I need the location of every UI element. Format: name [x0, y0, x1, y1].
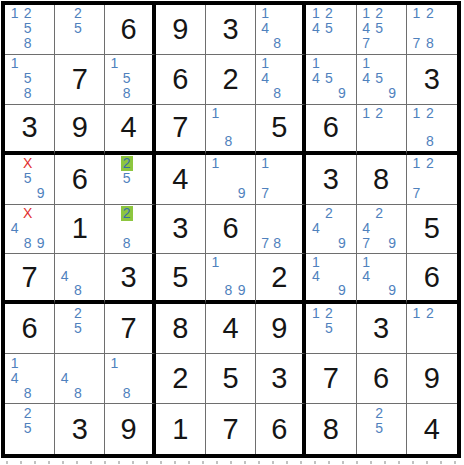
candidate-grid: 125 [306, 304, 355, 353]
candidate-digit: 4 [309, 269, 322, 283]
candidate-grid: 149 [306, 254, 355, 300]
solved-digit: 1 [156, 404, 205, 454]
candidate-digit: 1 [209, 255, 222, 269]
solved-digit: 5 [206, 354, 255, 403]
candidate-digit: 1 [410, 156, 423, 171]
candidate-digit: 5 [322, 71, 335, 86]
cell-r7c7[interactable]: 125 [306, 304, 356, 354]
cell-r7c9[interactable]: 12 [407, 304, 457, 354]
cell-r7c2[interactable]: 25 [55, 304, 105, 354]
solved-digit: 3 [206, 5, 255, 54]
candidate-digit: 2 [423, 305, 436, 320]
candidate-digit: 8 [21, 385, 34, 400]
candidate-digit: 2 [423, 156, 436, 171]
solved-digit: 6 [306, 105, 355, 151]
solved-digit: 9 [407, 354, 457, 403]
cell-r2c9[interactable]: 3 [407, 55, 457, 105]
cell-r9c2[interactable]: 3 [55, 404, 105, 454]
candidate-digit: 4 [309, 71, 322, 86]
solved-digit: 5 [256, 105, 302, 151]
cell-r1c5[interactable]: 3 [206, 5, 256, 55]
candidate-digit: 2 [373, 6, 386, 21]
cell-r7c8[interactable]: 3 [357, 304, 407, 354]
candidate-grid: 128 [407, 105, 457, 151]
candidate-digit: 2 [71, 305, 84, 320]
candidate-digit: 1 [259, 6, 271, 21]
candidate-grid: 2479 [357, 205, 406, 254]
cell-r5c6[interactable]: 78 [256, 205, 306, 255]
candidate-digit: 7 [410, 36, 423, 51]
cell-r6c6[interactable]: 2 [256, 254, 306, 304]
cell-r6c3[interactable]: 3 [105, 254, 155, 304]
candidate-digit: 8 [71, 283, 84, 297]
solved-digit: 6 [256, 404, 302, 454]
candidate-digit: 8 [71, 385, 84, 400]
candidate-digit: 1 [360, 56, 373, 71]
candidate-grid: 12 [407, 304, 457, 353]
candidate-grid: 48 [55, 354, 104, 403]
cell-r1c8[interactable]: 12457 [357, 5, 407, 55]
cell-r7c4[interactable]: 8 [156, 304, 206, 354]
candidate-digit: 5 [373, 71, 386, 86]
solved-digit: 7 [156, 105, 205, 151]
cell-r9c6[interactable]: 6 [256, 404, 306, 454]
solved-digit: 8 [357, 155, 406, 204]
candidate-digit: 9 [34, 235, 47, 250]
solved-digit: 6 [55, 155, 104, 204]
candidate-digit: 2 [423, 106, 436, 120]
candidate-digit: 5 [21, 171, 34, 186]
cell-r8c9[interactable]: 9 [407, 354, 457, 404]
candidate-digit: 4 [360, 71, 373, 86]
cell-r8c2[interactable]: 48 [55, 354, 105, 404]
cell-r7c5[interactable]: 4 [206, 304, 256, 354]
cell-r3c5[interactable]: 18 [206, 105, 256, 155]
candidate-digit: 1 [309, 56, 322, 71]
candidate-digit: 5 [373, 21, 386, 36]
candidate-digit: 2 [322, 206, 335, 221]
solved-digit: 3 [55, 404, 104, 454]
solved-digit: 7 [105, 304, 151, 353]
cell-r1c7[interactable]: 1245 [306, 5, 356, 55]
candidate-digit: 5 [121, 71, 133, 86]
cell-r5c2[interactable]: 1 [55, 205, 105, 255]
candidate-digit: 5 [71, 21, 84, 36]
cell-r4c7[interactable]: 3 [306, 155, 356, 205]
candidate-digit: 7 [410, 186, 423, 201]
candidate-digit: 5 [373, 420, 386, 435]
cell-r9c8[interactable]: 25 [357, 404, 407, 454]
cell-r3c6[interactable]: 5 [256, 105, 306, 155]
cell-r6c5[interactable]: 189 [206, 254, 256, 304]
cell-r8c4[interactable]: 2 [156, 354, 206, 404]
candidate-grid: 17 [256, 155, 302, 204]
candidate-digit: 8 [423, 36, 436, 51]
solved-digit: 1 [55, 205, 104, 254]
cell-r6c8[interactable]: 149 [357, 254, 407, 304]
solved-digit: 6 [156, 55, 205, 104]
candidate-digit: 2 [322, 6, 335, 21]
cell-r7c3[interactable]: 7 [105, 304, 155, 354]
candidate-digit: 9 [386, 283, 399, 297]
cell-r4c9[interactable]: 127 [407, 155, 457, 205]
cell-r9c1[interactable]: 25 [5, 404, 55, 454]
solved-digit: 8 [306, 404, 355, 454]
candidate-grid: 25 [357, 404, 406, 454]
cell-r3c8[interactable]: 12 [357, 105, 407, 155]
candidate-digit: 8 [21, 235, 34, 250]
candidate-digit: 8 [423, 134, 436, 148]
solved-digit: 3 [357, 304, 406, 353]
candidate-digit: 8 [271, 235, 283, 250]
candidate-digit: 2 [373, 106, 386, 120]
candidate-digit: 4 [360, 221, 373, 236]
candidate-digit: 1 [360, 255, 373, 269]
candidate-digit: 5 [322, 320, 335, 335]
cell-r6c7[interactable]: 149 [306, 254, 356, 304]
cell-r9c4[interactable]: 1 [156, 404, 206, 454]
cell-r4c1[interactable]: X59 [5, 155, 55, 205]
solved-digit: 5 [156, 254, 205, 300]
candidate-digit: 5 [21, 21, 34, 36]
candidate-digit: 2 [423, 6, 436, 21]
cell-r4c4[interactable]: 4 [156, 155, 206, 205]
candidate-digit: 8 [21, 86, 34, 101]
cell-r6c4[interactable]: 5 [156, 254, 206, 304]
candidate-digit: 4 [309, 21, 322, 36]
candidate-digit: 1 [410, 305, 423, 320]
candidate-digit: 1 [8, 56, 21, 71]
highlighted-candidate-digit: 2 [121, 206, 133, 221]
candidate-digit: 5 [121, 171, 133, 186]
cell-r3c1[interactable]: 3 [5, 105, 55, 155]
candidate-grid: 1258 [5, 5, 54, 54]
candidate-digit: 9 [235, 283, 248, 297]
cell-r8c8[interactable]: 6 [357, 354, 407, 404]
candidate-grid: 18 [206, 105, 255, 151]
candidate-digit: 2 [71, 6, 84, 21]
candidate-digit: 4 [360, 269, 373, 283]
solved-digit: 8 [156, 304, 205, 353]
candidate-grid: 1459 [306, 55, 355, 104]
candidate-digit: 9 [335, 235, 348, 250]
candidate-digit: 2 [21, 405, 34, 420]
candidate-digit: 5 [71, 320, 84, 335]
candidate-grid: 1278 [407, 5, 457, 54]
candidate-grid: 18 [105, 354, 151, 403]
solved-digit: 6 [206, 205, 255, 254]
solved-digit: 7 [206, 404, 255, 454]
candidate-grid: 19 [206, 155, 255, 204]
cell-r1c3[interactable]: 6 [105, 5, 155, 55]
solved-digit: 7 [55, 55, 104, 104]
candidate-digit: 5 [21, 420, 34, 435]
candidate-grid: 127 [407, 155, 457, 204]
cell-r7c6[interactable]: 9 [256, 304, 306, 354]
solved-digit: 4 [407, 404, 457, 454]
sudoku-board: 1258256931481245124571278158715862148145… [1, 1, 461, 458]
candidate-grid: 158 [5, 55, 54, 104]
candidate-grid: 189 [206, 254, 255, 300]
cell-r5c7[interactable]: 249 [306, 205, 356, 255]
solved-digit: 6 [105, 5, 151, 54]
candidate-grid: 25 [55, 5, 104, 54]
cell-r3c9[interactable]: 128 [407, 105, 457, 155]
candidate-grid: 28 [105, 205, 151, 254]
solved-digit: 9 [156, 5, 205, 54]
candidate-digit: 7 [259, 235, 271, 250]
candidate-digit: 1 [259, 156, 271, 171]
candidate-digit: 7 [360, 36, 373, 51]
candidate-digit: 8 [21, 36, 34, 51]
candidate-digit: 8 [121, 235, 133, 250]
candidate-digit: 2 [373, 206, 386, 221]
cell-r5c8[interactable]: 2479 [357, 205, 407, 255]
candidate-digit: 8 [121, 86, 133, 101]
cell-r4c2[interactable]: 6 [55, 155, 105, 205]
candidate-digit: 1 [410, 106, 423, 120]
solved-digit: 4 [105, 105, 151, 151]
candidate-grid: 148 [5, 354, 54, 403]
solved-digit: 3 [5, 105, 54, 151]
eliminated-candidate-x: X [21, 206, 34, 221]
cell-r8c1[interactable]: 148 [5, 354, 55, 404]
candidate-grid: 148 [256, 5, 302, 54]
candidate-grid: 158 [105, 55, 151, 104]
candidate-grid: 149 [357, 254, 406, 300]
solved-digit: 3 [407, 55, 457, 104]
cell-r5c4[interactable]: 3 [156, 205, 206, 255]
candidate-digit: 4 [58, 269, 71, 283]
candidate-digit: 1 [209, 106, 222, 120]
candidate-digit: 2 [373, 405, 386, 420]
cell-r5c3[interactable]: 28 [105, 205, 155, 255]
cell-r9c7[interactable]: 8 [306, 404, 356, 454]
candidate-digit: 1 [8, 6, 21, 21]
solved-digit: 2 [256, 254, 302, 300]
candidate-grid: 48 [55, 254, 104, 300]
cell-r9c3[interactable]: 9 [105, 404, 155, 454]
cell-r1c9[interactable]: 1278 [407, 5, 457, 55]
candidate-digit: 4 [259, 71, 271, 86]
candidate-digit: 9 [235, 186, 248, 201]
candidate-digit: 2 [21, 6, 34, 21]
candidate-digit: 8 [121, 385, 133, 400]
candidate-grid: X489 [5, 205, 54, 254]
candidate-digit: 1 [309, 305, 322, 320]
cell-r2c3[interactable]: 158 [105, 55, 155, 105]
candidate-grid: 25 [5, 404, 54, 454]
candidate-digit: 1 [309, 255, 322, 269]
eliminated-candidate-x: X [21, 156, 34, 171]
candidate-digit: 9 [335, 283, 348, 297]
solved-digit: 2 [156, 354, 205, 403]
solved-digit: 3 [156, 205, 205, 254]
candidate-digit: 4 [58, 370, 71, 385]
candidate-digit: 5 [21, 71, 34, 86]
candidate-digit: 7 [360, 235, 373, 250]
solved-digit: 4 [206, 304, 255, 353]
solved-digit: 5 [407, 205, 457, 254]
candidate-digit: 9 [34, 186, 47, 201]
candidate-digit: 4 [309, 221, 322, 236]
solved-digit: 9 [256, 304, 302, 353]
cell-r2c4[interactable]: 6 [156, 55, 206, 105]
cell-r2c2[interactable]: 7 [55, 55, 105, 105]
candidate-digit: 4 [360, 21, 373, 36]
solved-digit: 6 [407, 254, 457, 300]
solved-digit: 9 [105, 404, 151, 454]
solved-digit: 6 [357, 354, 406, 403]
cell-r8c5[interactable]: 5 [206, 354, 256, 404]
cell-r4c6[interactable]: 17 [256, 155, 306, 205]
cell-r2c5[interactable]: 2 [206, 55, 256, 105]
cell-r1c1[interactable]: 1258 [5, 5, 55, 55]
cell-r2c8[interactable]: 1459 [357, 55, 407, 105]
solved-digit: 6 [5, 304, 54, 353]
candidate-grid: 249 [306, 205, 355, 254]
cell-r6c1[interactable]: 7 [5, 254, 55, 304]
candidate-digit: 9 [386, 235, 399, 250]
candidate-digit: 1 [8, 355, 21, 370]
cell-r3c3[interactable]: 4 [105, 105, 155, 155]
candidate-digit: 1 [410, 6, 423, 21]
cell-r4c5[interactable]: 19 [206, 155, 256, 205]
cell-r8c7[interactable]: 7 [306, 354, 356, 404]
candidate-digit: 1 [108, 355, 120, 370]
candidate-digit: 8 [271, 36, 283, 51]
candidate-digit: 1 [360, 6, 373, 21]
solved-digit: 2 [206, 55, 255, 104]
cell-r4c8[interactable]: 8 [357, 155, 407, 205]
cell-r3c2[interactable]: 9 [55, 105, 105, 155]
candidate-grid: 25 [55, 304, 104, 353]
solved-digit: 9 [55, 105, 104, 151]
candidate-digit: 4 [8, 370, 21, 385]
candidate-grid: X59 [5, 155, 54, 204]
cell-r9c5[interactable]: 7 [206, 404, 256, 454]
cell-r9c9[interactable]: 4 [407, 404, 457, 454]
cell-r1c2[interactable]: 25 [55, 5, 105, 55]
cell-r3c7[interactable]: 6 [306, 105, 356, 155]
candidate-digit: 8 [271, 86, 283, 101]
candidate-digit: 1 [209, 156, 222, 171]
candidate-digit: 1 [309, 6, 322, 21]
cell-r5c9[interactable]: 5 [407, 205, 457, 255]
candidate-digit: 7 [259, 186, 271, 201]
cell-r8c6[interactable]: 3 [256, 354, 306, 404]
cell-r5c5[interactable]: 6 [206, 205, 256, 255]
solved-digit: 4 [156, 155, 205, 204]
candidate-grid: 12457 [357, 5, 406, 54]
candidate-grid: 78 [256, 205, 302, 254]
candidate-digit: 5 [322, 21, 335, 36]
solved-digit: 3 [306, 155, 355, 204]
candidate-grid: 148 [256, 55, 302, 104]
cell-r3c4[interactable]: 7 [156, 105, 206, 155]
candidate-digit: 9 [335, 86, 348, 101]
cell-r5c1[interactable]: X489 [5, 205, 55, 255]
candidate-digit: 4 [259, 21, 271, 36]
candidate-digit: 8 [222, 134, 235, 148]
cell-r4c3[interactable]: 25 [105, 155, 155, 205]
solved-digit: 7 [5, 254, 54, 300]
cell-r2c7[interactable]: 1459 [306, 55, 356, 105]
candidate-digit: 1 [108, 56, 120, 71]
cell-r6c2[interactable]: 48 [55, 254, 105, 304]
solved-digit: 7 [306, 354, 355, 403]
candidate-grid: 1245 [306, 5, 355, 54]
cell-r2c1[interactable]: 158 [5, 55, 55, 105]
sudoku-page: 1258256931481245124571278158715862148145… [0, 0, 464, 465]
candidate-grid: 12 [357, 105, 406, 151]
solved-digit: 3 [105, 254, 151, 300]
cell-r2c6[interactable]: 148 [256, 55, 306, 105]
candidate-digit: 1 [259, 56, 271, 71]
cell-r8c3[interactable]: 18 [105, 354, 155, 404]
candidate-grid: 1459 [357, 55, 406, 104]
candidate-digit: 8 [222, 283, 235, 297]
cell-r1c6[interactable]: 148 [256, 5, 306, 55]
highlighted-candidate-digit: 2 [121, 156, 133, 171]
candidate-grid: 25 [105, 155, 151, 204]
cropped-next-row-ticks [6, 461, 458, 464]
candidate-digit: 4 [8, 221, 21, 236]
cell-r7c1[interactable]: 6 [5, 304, 55, 354]
cell-r1c4[interactable]: 9 [156, 5, 206, 55]
solved-digit: 3 [256, 354, 302, 403]
cell-r6c9[interactable]: 6 [407, 254, 457, 304]
candidate-digit: 2 [322, 305, 335, 320]
candidate-digit: 1 [360, 106, 373, 120]
candidate-digit: 9 [386, 86, 399, 101]
